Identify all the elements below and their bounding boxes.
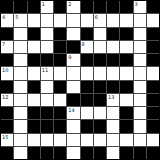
black-cell-r9c2 — [28, 120, 40, 132]
black-cell-r6c11 — [147, 81, 159, 93]
white-cell-r3c10[interactable] — [134, 41, 146, 53]
white-cell-r3c9[interactable] — [120, 41, 132, 53]
black-cell-r2c4 — [54, 28, 66, 40]
clue-number-14: 14 — [68, 107, 74, 113]
white-cell-r1c4[interactable] — [54, 14, 66, 26]
white-cell-r11c8[interactable] — [107, 147, 119, 159]
white-cell-r4c5[interactable]: 9 — [67, 54, 79, 66]
black-cell-r6c4 — [54, 81, 66, 93]
white-cell-r10c11[interactable] — [147, 134, 159, 146]
white-cell-r9c10[interactable] — [134, 120, 146, 132]
black-cell-r0c11 — [147, 1, 159, 13]
white-cell-r1c10[interactable] — [134, 14, 146, 26]
black-cell-r9c3 — [41, 120, 53, 132]
black-cell-r4c3 — [41, 54, 53, 66]
white-cell-r8c7[interactable] — [94, 107, 106, 119]
white-cell-r4c10[interactable] — [134, 54, 146, 66]
clue-number-9: 9 — [68, 54, 71, 60]
clue-number-5: 5 — [15, 14, 18, 20]
white-cell-r1c7[interactable]: 6 — [94, 14, 106, 26]
white-cell-r6c3[interactable] — [41, 81, 53, 93]
black-cell-r2c9 — [120, 28, 132, 40]
white-cell-r11c5[interactable] — [67, 147, 79, 159]
white-cell-r2c3[interactable] — [41, 28, 53, 40]
white-cell-r10c5[interactable] — [67, 134, 79, 146]
white-cell-r1c5[interactable] — [67, 14, 79, 26]
white-cell-r9c1[interactable] — [14, 120, 26, 132]
black-cell-r2c2 — [28, 28, 40, 40]
black-cell-r8c0 — [1, 107, 13, 119]
white-cell-r7c8[interactable]: 13 — [107, 94, 119, 106]
white-cell-r5c8[interactable] — [107, 67, 119, 79]
white-cell-r10c2[interactable] — [28, 134, 40, 146]
white-cell-r5c5[interactable] — [67, 67, 79, 79]
white-cell-r3c1[interactable] — [14, 41, 26, 53]
black-cell-r0c9 — [120, 1, 132, 13]
clue-number-12: 12 — [2, 94, 8, 100]
black-cell-r0c0 — [1, 1, 13, 13]
white-cell-r5c3[interactable]: 11 — [41, 67, 53, 79]
white-cell-r2c1[interactable] — [14, 28, 26, 40]
white-cell-r3c6[interactable]: 8 — [81, 41, 93, 53]
black-cell-r9c6 — [81, 120, 93, 132]
white-cell-r1c1[interactable]: 5 — [14, 14, 26, 26]
black-cell-r8c4 — [54, 107, 66, 119]
white-cell-r5c9[interactable] — [120, 67, 132, 79]
black-cell-r7c6 — [81, 94, 93, 106]
white-cell-r5c1[interactable] — [14, 67, 26, 79]
black-cell-r11c3 — [41, 147, 53, 159]
black-cell-r11c10 — [134, 147, 146, 159]
black-cell-r4c6 — [81, 54, 93, 66]
white-cell-r10c1[interactable] — [14, 134, 26, 146]
clue-number-10: 10 — [2, 67, 8, 73]
white-cell-r2c5[interactable] — [67, 28, 79, 40]
black-cell-r7c11 — [147, 94, 159, 106]
black-cell-r11c0 — [1, 147, 13, 159]
clue-number-13: 13 — [108, 94, 114, 100]
black-cell-r9c9 — [120, 120, 132, 132]
white-cell-r8c6[interactable] — [81, 107, 93, 119]
black-cell-r2c8 — [107, 28, 119, 40]
white-cell-r1c3[interactable] — [41, 14, 53, 26]
white-cell-r5c7[interactable] — [94, 67, 106, 79]
black-cell-r8c9 — [120, 107, 132, 119]
white-cell-r8c8[interactable] — [107, 107, 119, 119]
white-cell-r5c11[interactable] — [147, 67, 159, 79]
black-cell-r4c2 — [28, 54, 40, 66]
clue-number-11: 11 — [42, 67, 48, 73]
white-cell-r10c9[interactable] — [120, 134, 132, 146]
black-cell-r7c5 — [67, 94, 79, 106]
white-cell-r10c7[interactable] — [94, 134, 106, 146]
black-cell-r3c5 — [67, 41, 79, 53]
white-cell-r3c0[interactable]: 7 — [1, 41, 13, 53]
white-cell-r10c10[interactable] — [134, 134, 146, 146]
black-cell-r3c4 — [54, 41, 66, 53]
white-cell-r1c2[interactable] — [28, 14, 40, 26]
white-cell-r3c7[interactable] — [94, 41, 106, 53]
clue-number-3: 3 — [135, 1, 138, 7]
black-cell-r6c9 — [120, 81, 132, 93]
black-cell-r11c6 — [81, 147, 93, 159]
white-cell-r1c0[interactable]: 4 — [1, 14, 13, 26]
black-cell-r3c11 — [147, 41, 159, 53]
white-cell-r7c10[interactable] — [134, 94, 146, 106]
crossword-grid: 123456789101112131415 — [0, 0, 160, 160]
white-cell-r7c3[interactable] — [41, 94, 53, 106]
white-cell-r7c1[interactable] — [14, 94, 26, 106]
clue-number-7: 7 — [2, 41, 5, 47]
black-cell-r0c8 — [107, 1, 119, 13]
white-cell-r4c1[interactable] — [14, 54, 26, 66]
black-cell-r4c9 — [120, 54, 132, 66]
black-cell-r2c0 — [1, 28, 13, 40]
white-cell-r6c5[interactable] — [67, 81, 79, 93]
white-cell-r10c6[interactable] — [81, 134, 93, 146]
white-cell-r3c8[interactable] — [107, 41, 119, 53]
white-cell-r10c8[interactable] — [107, 134, 119, 146]
black-cell-r9c4 — [54, 120, 66, 132]
white-cell-r0c5[interactable]: 2 — [67, 1, 79, 13]
white-cell-r7c4[interactable] — [54, 94, 66, 106]
white-cell-r5c4[interactable] — [54, 67, 66, 79]
black-cell-r4c11 — [147, 54, 159, 66]
white-cell-r7c0[interactable]: 12 — [1, 94, 13, 106]
black-cell-r6c8 — [107, 81, 119, 93]
black-cell-r9c7 — [94, 120, 106, 132]
white-cell-r6c1[interactable] — [14, 81, 26, 93]
black-cell-r0c7 — [94, 1, 106, 13]
white-cell-r9c5[interactable] — [67, 120, 79, 132]
black-cell-r4c0 — [1, 54, 13, 66]
black-cell-r11c7 — [94, 147, 106, 159]
white-cell-r2c7[interactable] — [94, 28, 106, 40]
white-cell-r6c10[interactable] — [134, 81, 146, 93]
black-cell-r6c7 — [94, 81, 106, 93]
white-cell-r7c9[interactable] — [120, 94, 132, 106]
white-cell-r1c9[interactable] — [120, 14, 132, 26]
black-cell-r9c11 — [147, 120, 159, 132]
black-cell-r8c2 — [28, 107, 40, 119]
white-cell-r10c3[interactable] — [41, 134, 53, 146]
white-cell-r8c10[interactable] — [134, 107, 146, 119]
white-cell-r0c10[interactable]: 3 — [134, 1, 146, 13]
white-cell-r1c8[interactable] — [107, 14, 119, 26]
white-cell-r10c4[interactable] — [54, 134, 66, 146]
clue-number-6: 6 — [95, 14, 98, 20]
clue-number-4: 4 — [2, 14, 5, 20]
white-cell-r3c3[interactable] — [41, 41, 53, 53]
black-cell-r4c7 — [94, 54, 106, 66]
clue-number-1: 1 — [42, 1, 45, 7]
black-cell-r0c4 — [54, 1, 66, 13]
black-cell-r11c4 — [54, 147, 66, 159]
black-cell-r8c3 — [41, 107, 53, 119]
black-cell-r0c6 — [81, 1, 93, 13]
black-cell-r2c11 — [147, 28, 159, 40]
white-cell-r9c8[interactable] — [107, 120, 119, 132]
black-cell-r11c9 — [120, 147, 132, 159]
white-cell-r2c10[interactable] — [134, 28, 146, 40]
black-cell-r11c2 — [28, 147, 40, 159]
white-cell-r5c10[interactable] — [134, 67, 146, 79]
white-cell-r5c0[interactable]: 10 — [1, 67, 13, 79]
white-cell-r1c11[interactable] — [147, 14, 159, 26]
black-cell-r0c2 — [28, 1, 40, 13]
white-cell-r10c0[interactable]: 15 — [1, 134, 13, 146]
black-cell-r11c11 — [147, 147, 159, 159]
black-cell-r9c0 — [1, 120, 13, 132]
black-cell-r6c6 — [81, 81, 93, 93]
black-cell-r8c11 — [147, 107, 159, 119]
white-cell-r5c6[interactable] — [81, 67, 93, 79]
white-cell-r11c1[interactable] — [14, 147, 26, 159]
white-cell-r3c2[interactable] — [28, 41, 40, 53]
black-cell-r4c4 — [54, 54, 66, 66]
black-cell-r0c1 — [14, 1, 26, 13]
white-cell-r1c6[interactable] — [81, 14, 93, 26]
white-cell-r5c2[interactable] — [28, 67, 40, 79]
black-cell-r2c6 — [81, 28, 93, 40]
clue-number-2: 2 — [68, 1, 71, 7]
clue-number-8: 8 — [82, 41, 85, 47]
white-cell-r0c3[interactable]: 1 — [41, 1, 53, 13]
white-cell-r8c5[interactable]: 14 — [67, 107, 79, 119]
black-cell-r6c2 — [28, 81, 40, 93]
white-cell-r7c2[interactable] — [28, 94, 40, 106]
black-cell-r7c7 — [94, 94, 106, 106]
black-cell-r6c0 — [1, 81, 13, 93]
black-cell-r4c8 — [107, 54, 119, 66]
clue-number-15: 15 — [2, 134, 8, 140]
white-cell-r8c1[interactable] — [14, 107, 26, 119]
